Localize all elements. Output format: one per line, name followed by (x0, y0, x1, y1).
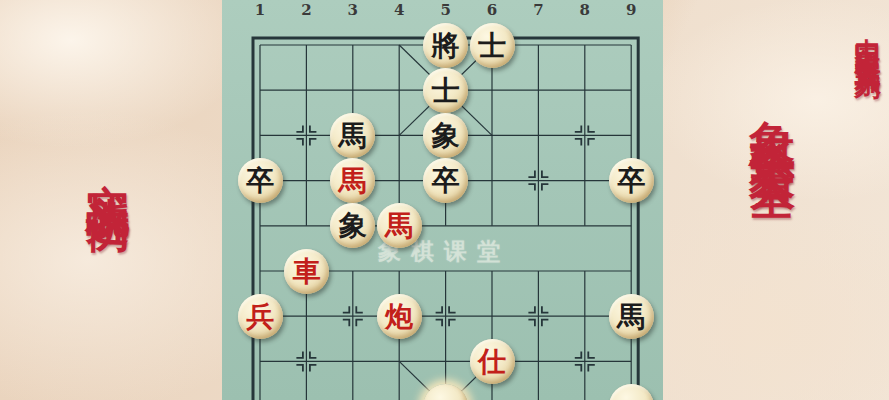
piece-red-horse[interactable]: 馬 (377, 203, 422, 248)
piece-black-pawn[interactable]: 卒 (609, 158, 654, 203)
piece-black-pawn[interactable]: 卒 (423, 158, 468, 203)
piece-character: 士 (432, 68, 460, 113)
piece-character: 仕 (478, 339, 506, 384)
piece-character: 馬 (339, 113, 367, 158)
piece-character: 卒 (617, 158, 645, 203)
piece-character: 馬 (617, 294, 645, 339)
piece-character: 車 (292, 249, 320, 294)
column-label: 1 (249, 1, 271, 19)
board-panel: 123456789 象棋课堂 將士士馬象卒馬卒卒象馬車兵炮馬仕 (222, 0, 663, 400)
piece-black-horse[interactable]: 馬 (609, 294, 654, 339)
column-label: 7 (527, 1, 549, 19)
piece-black-horse[interactable]: 馬 (330, 113, 375, 158)
column-label: 9 (620, 1, 642, 19)
piece-character: 將 (432, 23, 460, 68)
column-label: 5 (435, 1, 457, 19)
column-label: 2 (295, 1, 317, 19)
column-label: 4 (388, 1, 410, 19)
piece-character: 卒 (432, 158, 460, 203)
column-label: 6 (481, 1, 503, 19)
piece-character: 馬 (385, 203, 413, 248)
piece-black-advisor[interactable]: 士 (423, 68, 468, 113)
column-label: 3 (342, 1, 364, 19)
left-title: 实战选例 (86, 148, 130, 184)
piece-black-elephant[interactable]: 象 (423, 113, 468, 158)
piece-character: 兵 (246, 294, 274, 339)
column-label: 8 (574, 1, 596, 19)
piece-character: 象 (432, 113, 460, 158)
right-outer-title: 中国象棋宝典系列 (855, 18, 881, 58)
piece-character: 士 (478, 23, 506, 68)
right-inner-title: 象棋杀着大全 (750, 83, 796, 149)
piece-character: 象 (339, 203, 367, 248)
piece-black-advisor[interactable]: 士 (470, 23, 515, 68)
piece-character: 炮 (385, 294, 413, 339)
piece-red-advisor[interactable]: 仕 (470, 339, 515, 384)
piece-character: 馬 (339, 158, 367, 203)
piece-black-general[interactable]: 將 (423, 23, 468, 68)
piece-red-chariot[interactable]: 車 (284, 249, 329, 294)
piece-red-pawn[interactable]: 兵 (238, 294, 283, 339)
piece-character: 卒 (246, 158, 274, 203)
piece-black-pawn[interactable]: 卒 (238, 158, 283, 203)
piece-red-cannon[interactable]: 炮 (377, 294, 422, 339)
